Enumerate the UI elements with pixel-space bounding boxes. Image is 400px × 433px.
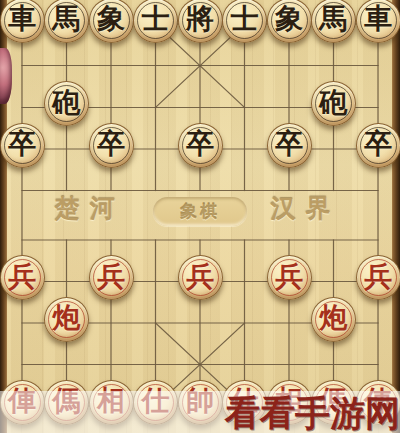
piece-black-soldier-1[interactable]: 卒 [0, 123, 45, 168]
piece-black-cannon-right[interactable]: 砲 [311, 81, 356, 126]
piece-black-advisor-right[interactable]: 士 [222, 0, 267, 43]
piece-black-soldier-4[interactable]: 卒 [267, 123, 312, 168]
piece-black-chariot-right[interactable]: 車 [356, 0, 400, 43]
watermark-text: 看看手游网 [225, 393, 400, 433]
piece-red-soldier-3[interactable]: 兵 [178, 255, 223, 300]
piece-glyph: 卒 [275, 130, 303, 158]
piece-red-soldier-1[interactable]: 兵 [0, 255, 45, 300]
piece-glyph: 車 [8, 5, 36, 33]
piece-glyph: 車 [364, 5, 392, 33]
piece-glyph: 象 [275, 5, 303, 33]
piece-glyph: 卒 [186, 130, 214, 158]
piece-glyph: 兵 [364, 263, 392, 291]
xiangqi-board: 楚河 象棋 汉界 車馬象士將士象馬車砲砲卒卒卒卒卒兵兵兵兵兵炮炮俥傌相仕帥仕相傌… [0, 0, 400, 433]
piece-glyph: 卒 [97, 130, 125, 158]
piece-red-soldier-4[interactable]: 兵 [267, 255, 312, 300]
piece-black-elephant-right[interactable]: 象 [267, 0, 312, 43]
piece-glyph: 兵 [275, 263, 303, 291]
piece-glyph: 馬 [53, 5, 81, 33]
piece-glyph: 兵 [8, 263, 36, 291]
piece-glyph: 炮 [53, 304, 81, 332]
piece-glyph: 卒 [8, 130, 36, 158]
piece-glyph: 士 [231, 5, 259, 33]
piece-glyph: 砲 [320, 89, 348, 117]
piece-red-cannon-left[interactable]: 炮 [44, 297, 89, 342]
piece-black-horse-left[interactable]: 馬 [44, 0, 89, 43]
piece-black-general[interactable]: 將 [178, 0, 223, 43]
piece-glyph: 卒 [364, 130, 392, 158]
piece-black-elephant-left[interactable]: 象 [89, 0, 134, 43]
piece-black-soldier-5[interactable]: 卒 [356, 123, 400, 168]
piece-glyph: 兵 [97, 263, 125, 291]
piece-black-advisor-left[interactable]: 士 [133, 0, 178, 43]
piece-black-soldier-2[interactable]: 卒 [89, 123, 134, 168]
piece-black-horse-right[interactable]: 馬 [311, 0, 356, 43]
piece-red-soldier-5[interactable]: 兵 [356, 255, 400, 300]
piece-red-cannon-right[interactable]: 炮 [311, 297, 356, 342]
piece-glyph: 砲 [53, 89, 81, 117]
piece-glyph: 兵 [186, 263, 214, 291]
piece-glyph: 士 [142, 5, 170, 33]
pieces-layer: 車馬象士將士象馬車砲砲卒卒卒卒卒兵兵兵兵兵炮炮俥傌相仕帥仕相傌俥 [0, 0, 400, 433]
piece-black-cannon-left[interactable]: 砲 [44, 81, 89, 126]
piece-glyph: 馬 [320, 5, 348, 33]
piece-glyph: 象 [97, 5, 125, 33]
piece-black-chariot-left[interactable]: 車 [0, 0, 45, 43]
piece-glyph: 將 [186, 5, 214, 33]
piece-red-soldier-2[interactable]: 兵 [89, 255, 134, 300]
piece-black-soldier-3[interactable]: 卒 [178, 123, 223, 168]
piece-glyph: 炮 [320, 304, 348, 332]
